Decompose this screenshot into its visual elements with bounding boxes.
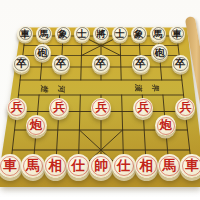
piece-red-chariot[interactable]: 車 — [0, 154, 22, 178]
piece-black-elephant[interactable]: 象 — [131, 26, 147, 42]
piece-red-chariot[interactable]: 車 — [180, 154, 200, 178]
piece-red-elephant[interactable]: 相 — [135, 154, 159, 178]
photo-background: 楚河 漢界 車馬象士將士象馬車砲砲卒卒卒卒卒兵兵兵兵兵炮炮車馬相仕帥仕相馬車 — [0, 0, 200, 200]
piece-red-cannon[interactable]: 炮 — [26, 115, 47, 136]
piece-red-advisor[interactable]: 仕 — [112, 154, 136, 178]
piece-red-horse[interactable]: 馬 — [21, 154, 45, 178]
piece-red-general[interactable]: 帥 — [89, 154, 113, 178]
piece-black-horse[interactable]: 馬 — [36, 26, 52, 42]
piece-black-general[interactable]: 將 — [93, 26, 109, 42]
piece-black-cannon[interactable]: 砲 — [34, 44, 51, 61]
piece-red-soldier[interactable]: 兵 — [49, 98, 69, 118]
piece-red-advisor[interactable]: 仕 — [67, 154, 91, 178]
piece-red-soldier[interactable]: 兵 — [91, 98, 111, 118]
piece-red-soldier[interactable]: 兵 — [175, 98, 195, 118]
piece-red-soldier[interactable]: 兵 — [7, 98, 27, 118]
piece-black-soldier[interactable]: 卒 — [13, 55, 31, 73]
piece-black-soldier[interactable]: 卒 — [172, 55, 190, 73]
piece-red-elephant[interactable]: 相 — [44, 154, 68, 178]
piece-black-soldier[interactable]: 卒 — [92, 55, 110, 73]
piece-red-soldier[interactable]: 兵 — [133, 98, 153, 118]
piece-black-soldier[interactable]: 卒 — [52, 55, 70, 73]
piece-black-soldier[interactable]: 卒 — [132, 55, 150, 73]
piece-red-horse[interactable]: 馬 — [158, 154, 182, 178]
piece-black-chariot[interactable]: 車 — [17, 26, 33, 42]
piece-black-chariot[interactable]: 車 — [169, 26, 185, 42]
piece-black-advisor[interactable]: 士 — [112, 26, 128, 42]
piece-black-elephant[interactable]: 象 — [55, 26, 71, 42]
piece-black-horse[interactable]: 馬 — [150, 26, 166, 42]
piece-black-advisor[interactable]: 士 — [74, 26, 90, 42]
